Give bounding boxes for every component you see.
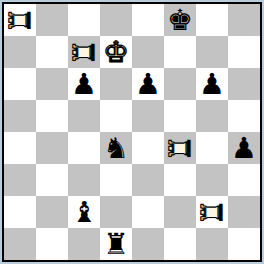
board-inner-border: ♜♚♜♚♟♟♟♞♜♟♝♜♜ (2, 2, 262, 262)
square-d3[interactable] (100, 164, 132, 196)
square-c6[interactable]: ♟ (68, 68, 100, 100)
square-b4[interactable] (36, 132, 68, 164)
square-b7[interactable] (36, 36, 68, 68)
square-g6[interactable]: ♟ (196, 68, 228, 100)
piece-black-rook-d1[interactable]: ♜ (103, 230, 129, 259)
square-a3[interactable] (4, 164, 36, 196)
square-c2[interactable]: ♝ (68, 196, 100, 228)
square-b8[interactable] (36, 4, 68, 36)
square-e6[interactable]: ♟ (132, 68, 164, 100)
square-f1[interactable] (164, 228, 196, 260)
square-f8[interactable]: ♚ (164, 4, 196, 36)
square-f2[interactable] (164, 196, 196, 228)
square-a7[interactable] (4, 36, 36, 68)
square-g5[interactable] (196, 100, 228, 132)
square-g4[interactable] (196, 132, 228, 164)
square-e1[interactable] (132, 228, 164, 260)
piece-white-rook-c7[interactable]: ♜ (70, 39, 99, 65)
square-d7[interactable]: ♚ (100, 36, 132, 68)
square-f7[interactable] (164, 36, 196, 68)
square-d4[interactable]: ♞ (100, 132, 132, 164)
square-e4[interactable] (132, 132, 164, 164)
square-c7[interactable]: ♜ (68, 36, 100, 68)
square-g2[interactable]: ♜ (196, 196, 228, 228)
square-c8[interactable] (68, 4, 100, 36)
square-h6[interactable] (228, 68, 260, 100)
piece-black-bishop-c2[interactable]: ♝ (71, 198, 97, 227)
square-g7[interactable] (196, 36, 228, 68)
square-f6[interactable] (164, 68, 196, 100)
square-h8[interactable] (228, 4, 260, 36)
square-f4[interactable]: ♜ (164, 132, 196, 164)
square-g1[interactable] (196, 228, 228, 260)
square-d6[interactable] (100, 68, 132, 100)
square-e3[interactable] (132, 164, 164, 196)
square-d8[interactable] (100, 4, 132, 36)
square-h5[interactable] (228, 100, 260, 132)
piece-black-pawn-e6[interactable]: ♟ (135, 70, 161, 99)
piece-black-pawn-c6[interactable]: ♟ (71, 70, 97, 99)
square-d5[interactable] (100, 100, 132, 132)
piece-black-pawn-g6[interactable]: ♟ (199, 70, 225, 99)
square-b5[interactable] (36, 100, 68, 132)
square-h2[interactable] (228, 196, 260, 228)
piece-black-pawn-h4[interactable]: ♟ (231, 134, 257, 163)
square-c5[interactable] (68, 100, 100, 132)
square-h1[interactable] (228, 228, 260, 260)
square-g8[interactable] (196, 4, 228, 36)
square-d1[interactable]: ♜ (100, 228, 132, 260)
piece-white-rook-a8[interactable]: ♜ (6, 7, 35, 33)
square-h3[interactable] (228, 164, 260, 196)
square-e5[interactable] (132, 100, 164, 132)
piece-white-rook-g2[interactable]: ♜ (198, 199, 227, 225)
square-e8[interactable] (132, 4, 164, 36)
square-c4[interactable] (68, 132, 100, 164)
chess-board: ♜♚♜♚♟♟♟♞♜♟♝♜♜ (4, 4, 260, 260)
piece-white-rook-f4[interactable]: ♜ (166, 135, 195, 161)
square-d2[interactable] (100, 196, 132, 228)
square-f3[interactable] (164, 164, 196, 196)
square-a2[interactable] (4, 196, 36, 228)
square-a8[interactable]: ♜ (4, 4, 36, 36)
square-a5[interactable] (4, 100, 36, 132)
square-h7[interactable] (228, 36, 260, 68)
square-b1[interactable] (36, 228, 68, 260)
square-b3[interactable] (36, 164, 68, 196)
square-c1[interactable] (68, 228, 100, 260)
square-g3[interactable] (196, 164, 228, 196)
board-outer-frame: ♜♚♜♚♟♟♟♞♜♟♝♜♜ (0, 0, 264, 264)
square-e7[interactable] (132, 36, 164, 68)
square-b2[interactable] (36, 196, 68, 228)
square-h4[interactable]: ♟ (228, 132, 260, 164)
square-c3[interactable] (68, 164, 100, 196)
piece-white-king-d7[interactable]: ♚ (103, 38, 129, 67)
square-a4[interactable] (4, 132, 36, 164)
piece-black-king-f8[interactable]: ♚ (167, 6, 193, 35)
square-f5[interactable] (164, 100, 196, 132)
square-a1[interactable] (4, 228, 36, 260)
square-e2[interactable] (132, 196, 164, 228)
square-a6[interactable] (4, 68, 36, 100)
piece-black-knight-d4[interactable]: ♞ (103, 134, 129, 163)
square-b6[interactable] (36, 68, 68, 100)
